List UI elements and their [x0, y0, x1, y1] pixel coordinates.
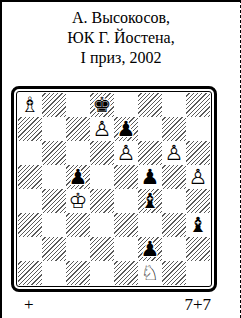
square-g6: ♙	[162, 141, 186, 165]
tourney-line: ЮК Г. Йостена,	[2, 28, 240, 48]
square-g4	[162, 189, 186, 213]
white-bishop-a8: ♗	[21, 93, 40, 117]
award-line: I приз, 2002	[2, 48, 240, 68]
square-a2	[18, 237, 42, 261]
square-a1	[18, 261, 42, 285]
square-c6	[66, 141, 90, 165]
composer-line: А. Высокосов,	[2, 8, 240, 28]
black-pawn-e7: ♟	[117, 117, 136, 141]
square-h8	[186, 93, 210, 117]
square-h6	[186, 141, 210, 165]
material-count-label: 7+7	[184, 295, 211, 315]
square-f4: ♝	[138, 189, 162, 213]
square-f3	[138, 213, 162, 237]
square-e7: ♟	[114, 117, 138, 141]
square-a5	[18, 165, 42, 189]
square-c8	[66, 93, 90, 117]
square-h2	[186, 237, 210, 261]
square-d3	[90, 213, 114, 237]
square-a4	[18, 189, 42, 213]
diagram-header: А. Высокосов, ЮК Г. Йостена, I приз, 200…	[2, 2, 240, 68]
square-f7	[138, 117, 162, 141]
black-bishop-f4: ♝	[141, 189, 160, 213]
white-pawn-g6: ♙	[165, 141, 184, 165]
square-c2	[66, 237, 90, 261]
white-knight-f1: ♘	[141, 261, 160, 285]
square-g7	[162, 117, 186, 141]
square-d6	[90, 141, 114, 165]
square-f2: ♟	[138, 237, 162, 261]
square-b7	[42, 117, 66, 141]
square-f5: ♟	[138, 165, 162, 189]
white-pawn-d7: ♙	[93, 117, 112, 141]
square-a6	[18, 141, 42, 165]
square-d7: ♙	[90, 117, 114, 141]
square-b5	[42, 165, 66, 189]
square-e4	[114, 189, 138, 213]
square-e1	[114, 261, 138, 285]
square-f1: ♘	[138, 261, 162, 285]
square-c4: ♔	[66, 189, 90, 213]
stipulation-label: +	[24, 295, 34, 315]
square-b1	[42, 261, 66, 285]
white-pawn-h5: ♙	[189, 165, 208, 189]
square-b8	[42, 93, 66, 117]
square-h4	[186, 189, 210, 213]
white-pawn-e6: ♙	[117, 141, 136, 165]
square-g2	[162, 237, 186, 261]
black-pawn-c5: ♟	[69, 165, 88, 189]
square-f6	[138, 141, 162, 165]
square-c5: ♟	[66, 165, 90, 189]
square-d1	[90, 261, 114, 285]
square-b4	[42, 189, 66, 213]
black-bishop-h3: ♝	[189, 213, 208, 237]
square-c7	[66, 117, 90, 141]
square-h1	[186, 261, 210, 285]
square-h3: ♝	[186, 213, 210, 237]
square-e6: ♙	[114, 141, 138, 165]
square-c1	[66, 261, 90, 285]
square-f8	[138, 93, 162, 117]
square-g3	[162, 213, 186, 237]
square-e5	[114, 165, 138, 189]
square-g8	[162, 93, 186, 117]
diagram-page: А. Высокосов, ЮК Г. Йостена, I приз, 200…	[0, 0, 241, 318]
black-king-d8: ♚	[93, 93, 112, 117]
square-d2	[90, 237, 114, 261]
square-d4	[90, 189, 114, 213]
square-g1	[162, 261, 186, 285]
square-b2	[42, 237, 66, 261]
chess-board-frame: ♗♚♙♟♙♙♟♟♙♔♝♝♟♘	[11, 86, 217, 292]
black-pawn-f2: ♟	[141, 237, 160, 261]
square-d8: ♚	[90, 93, 114, 117]
square-e2	[114, 237, 138, 261]
square-g5	[162, 165, 186, 189]
square-e3	[114, 213, 138, 237]
chess-board-inner-frame: ♗♚♙♟♙♙♟♟♙♔♝♝♟♘	[16, 91, 212, 287]
square-e8	[114, 93, 138, 117]
square-b3	[42, 213, 66, 237]
board-grid: ♗♚♙♟♙♙♟♟♙♔♝♝♟♘	[18, 93, 210, 285]
black-pawn-f5: ♟	[141, 165, 160, 189]
square-a8: ♗	[18, 93, 42, 117]
square-a3	[18, 213, 42, 237]
square-a7	[18, 117, 42, 141]
square-h5: ♙	[186, 165, 210, 189]
square-h7	[186, 117, 210, 141]
square-b6	[42, 141, 66, 165]
square-c3	[66, 213, 90, 237]
white-king-c4: ♔	[69, 189, 88, 213]
square-d5	[90, 165, 114, 189]
